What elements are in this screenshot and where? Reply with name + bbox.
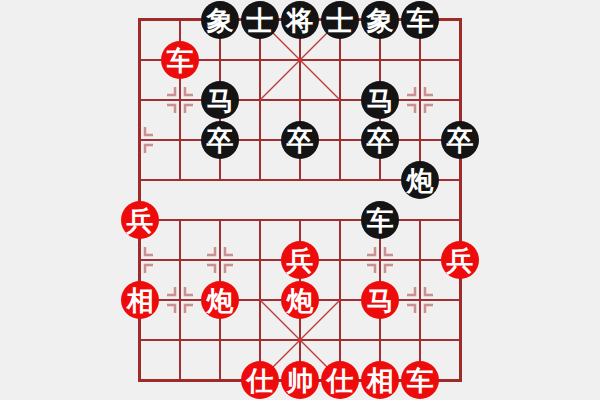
piece-red-horse[interactable]: 马	[361, 281, 399, 319]
piece-red-general[interactable]: 帅	[281, 361, 319, 399]
piece-black-elephant[interactable]: 象	[201, 1, 239, 39]
pieces-layer: 象士将士象车车马马卒卒卒卒炮兵车兵兵相炮炮马仕帅仕相车	[0, 0, 600, 400]
piece-black-advisor[interactable]: 士	[241, 1, 279, 39]
piece-black-elephant[interactable]: 象	[361, 1, 399, 39]
piece-black-soldier[interactable]: 卒	[361, 121, 399, 159]
piece-red-advisor[interactable]: 仕	[241, 361, 279, 399]
piece-red-cannon[interactable]: 炮	[201, 281, 239, 319]
piece-black-soldier[interactable]: 卒	[281, 121, 319, 159]
piece-red-chariot[interactable]: 车	[161, 41, 199, 79]
piece-black-soldier[interactable]: 卒	[441, 121, 479, 159]
piece-red-advisor[interactable]: 仕	[321, 361, 359, 399]
piece-black-cannon[interactable]: 炮	[401, 161, 439, 199]
piece-black-soldier[interactable]: 卒	[201, 121, 239, 159]
xiangqi-board: 象士将士象车车马马卒卒卒卒炮兵车兵兵相炮炮马仕帅仕相车	[0, 0, 600, 400]
piece-red-soldier[interactable]: 兵	[281, 241, 319, 279]
piece-red-chariot[interactable]: 车	[401, 361, 439, 399]
piece-red-cannon[interactable]: 炮	[281, 281, 319, 319]
piece-red-soldier[interactable]: 兵	[121, 201, 159, 239]
piece-red-elephant[interactable]: 相	[361, 361, 399, 399]
piece-black-horse[interactable]: 马	[201, 81, 239, 119]
piece-black-chariot[interactable]: 车	[401, 1, 439, 39]
piece-black-general[interactable]: 将	[281, 1, 319, 39]
piece-red-elephant[interactable]: 相	[121, 281, 159, 319]
piece-black-horse[interactable]: 马	[361, 81, 399, 119]
piece-black-chariot[interactable]: 车	[361, 201, 399, 239]
piece-black-advisor[interactable]: 士	[321, 1, 359, 39]
piece-red-soldier[interactable]: 兵	[441, 241, 479, 279]
